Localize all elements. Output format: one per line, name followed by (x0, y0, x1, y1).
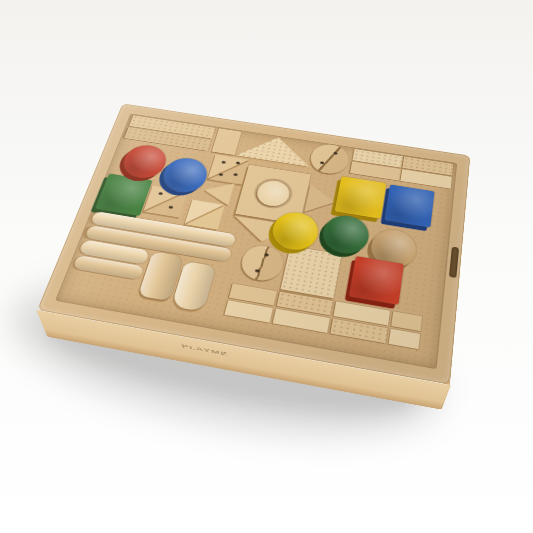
rail-3-top-face (78, 240, 150, 265)
wood-cylinder-top-face (368, 226, 419, 271)
block-rail-4 (72, 255, 145, 280)
block-yellow-cylinder (269, 210, 321, 253)
brick-b1-top-face (277, 292, 333, 315)
block-plain-triangles (184, 200, 224, 230)
brand-text: PLAYME (181, 343, 228, 357)
brick-b4-top-face (331, 318, 387, 342)
large-square-block-top-face (281, 246, 341, 298)
split-circle-bottom-top-face (238, 243, 286, 283)
half-column-2-side-face (170, 264, 215, 315)
block-brick-b3 (273, 309, 329, 333)
brick-b3-side-face (272, 309, 328, 333)
rail-3-side-face (76, 240, 148, 265)
rail-2-top-face (84, 225, 232, 263)
block-wood-cylinder (368, 226, 419, 271)
block-half-column-1 (138, 252, 183, 302)
brick-c1-top-face (229, 284, 277, 306)
brick-b2-side-face (332, 302, 388, 326)
blue-cube-top-face (384, 184, 435, 227)
rail-4-top-face (72, 255, 145, 280)
red-cube-side-face (345, 260, 400, 309)
brick-b6-top-face (389, 329, 420, 349)
block-blue-cube (384, 184, 435, 227)
brick-b6-side-face (388, 329, 419, 349)
brick-b5-side-face (391, 312, 422, 332)
block-half-column-2 (172, 261, 216, 311)
split-circle-bottom-hole-1 (264, 253, 269, 256)
block-large-square-block (281, 246, 341, 298)
block-yellow-cube (335, 176, 386, 219)
block-split-circle-top (308, 142, 351, 176)
split-circle-top-hole-1 (334, 152, 338, 155)
half-column-2-top-face (172, 261, 216, 311)
split-circle-bottom-side-face (237, 245, 285, 285)
split-circle-top-top-face (308, 142, 351, 176)
brick-c2-top-face (224, 300, 273, 322)
brick-b5-top-face (391, 312, 422, 332)
block-center-disc (254, 179, 292, 209)
block-brick-b4 (331, 318, 387, 342)
rail-4-side-face (70, 255, 143, 280)
block-brick-b5 (391, 312, 422, 332)
half-column-1-side-face (137, 254, 182, 304)
brick-b3-top-face (273, 309, 329, 333)
block-red-cube (349, 256, 404, 305)
large-square-block-side-face (279, 248, 339, 300)
block-rail-2 (84, 225, 232, 263)
block-brick-c2 (224, 300, 273, 322)
yellow-cube-top-face (335, 176, 386, 219)
brick-c2-side-face (223, 301, 272, 323)
half-column-1-top-face (138, 252, 183, 302)
handle-slot-right (449, 247, 459, 278)
green-cylinder-top-face (320, 213, 371, 257)
brick-b1-side-face (276, 293, 332, 316)
scene: PLAYME (0, 0, 533, 533)
yellow-cylinder-top-face (269, 210, 321, 253)
split-circle-bottom-hole-2 (255, 269, 260, 272)
block-rail-3 (78, 240, 150, 265)
block-brick-b6 (389, 329, 420, 349)
toy-blocks-tray: PLAYME (37, 103, 470, 384)
plain-triangles-top-face (184, 200, 224, 230)
block-brick-b1 (277, 292, 333, 315)
block-green-cylinder (320, 213, 371, 257)
block-brick-c1 (229, 284, 277, 306)
block-brick-b2 (334, 302, 390, 326)
center-disc-top-face (254, 179, 292, 209)
brick-c1-side-face (227, 284, 275, 306)
block-split-circle-bottom (238, 243, 286, 283)
rail-2-side-face (80, 225, 228, 263)
brick-b4-side-face (329, 319, 385, 343)
brick-b2-top-face (334, 302, 390, 326)
wood-cylinder-side-face (364, 230, 415, 275)
split-circle-top-hole-2 (320, 162, 324, 165)
red-cube-top-face (349, 256, 404, 305)
